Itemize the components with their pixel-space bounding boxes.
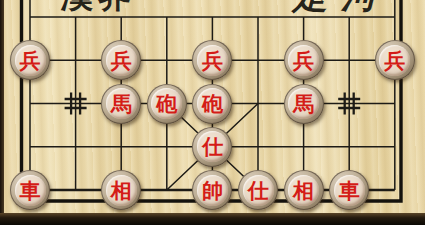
piece-red-horse-c3[interactable]: 馬 [101, 84, 141, 124]
piece-glyph: 帥 [202, 180, 223, 201]
piece-face: 兵 [288, 45, 319, 76]
piece-glyph: 相 [111, 180, 132, 201]
piece-face: 兵 [106, 45, 137, 76]
piece-face: 仕 [197, 131, 228, 162]
piece-red-cannon-d3[interactable]: 砲 [147, 84, 187, 124]
piece-glyph: 仕 [202, 136, 223, 157]
piece-face: 馬 [288, 88, 319, 119]
piece-glyph: 仕 [248, 180, 269, 201]
piece-face: 仕 [243, 175, 274, 206]
piece-face: 兵 [379, 45, 410, 76]
piece-red-soldier-g4[interactable]: 兵 [284, 40, 324, 80]
piece-red-chariot-a1[interactable]: 車 [10, 170, 50, 210]
piece-glyph: 兵 [20, 50, 41, 71]
board-left-edge [0, 0, 4, 214]
piece-glyph: 相 [293, 180, 314, 201]
piece-red-soldier-a4[interactable]: 兵 [10, 40, 50, 80]
piece-red-chariot-h1[interactable]: 車 [329, 170, 369, 210]
piece-red-horse-g3[interactable]: 馬 [284, 84, 324, 124]
piece-glyph: 砲 [156, 93, 177, 114]
piece-glyph: 兵 [384, 50, 405, 71]
piece-red-soldier-i4[interactable]: 兵 [375, 40, 415, 80]
piece-face: 兵 [15, 45, 46, 76]
piece-red-cannon-e3[interactable]: 砲 [192, 84, 232, 124]
piece-face: 車 [334, 175, 365, 206]
piece-glyph: 砲 [202, 93, 223, 114]
piece-face: 砲 [151, 88, 182, 119]
piece-face: 砲 [197, 88, 228, 119]
piece-red-elephant-g1[interactable]: 相 [284, 170, 324, 210]
piece-glyph: 馬 [293, 93, 314, 114]
piece-glyph: 兵 [293, 50, 314, 71]
board-bottom-edge [0, 213, 425, 225]
piece-face: 相 [288, 175, 319, 206]
piece-face: 車 [15, 175, 46, 206]
piece-face: 相 [106, 175, 137, 206]
piece-red-advisor-e2[interactable]: 仕 [192, 127, 232, 167]
piece-red-advisor-f1[interactable]: 仕 [238, 170, 278, 210]
piece-face: 兵 [197, 45, 228, 76]
xiangqi-board[interactable]: 漢界 楚河 兵兵兵兵兵馬砲砲馬仕車相帥仕相車 [0, 0, 425, 225]
piece-glyph: 車 [20, 180, 41, 201]
piece-red-elephant-c1[interactable]: 相 [101, 170, 141, 210]
piece-glyph: 車 [339, 180, 360, 201]
piece-glyph: 兵 [202, 50, 223, 71]
piece-glyph: 馬 [111, 93, 132, 114]
piece-face: 帥 [197, 175, 228, 206]
piece-glyph: 兵 [111, 50, 132, 71]
piece-face: 馬 [106, 88, 137, 119]
